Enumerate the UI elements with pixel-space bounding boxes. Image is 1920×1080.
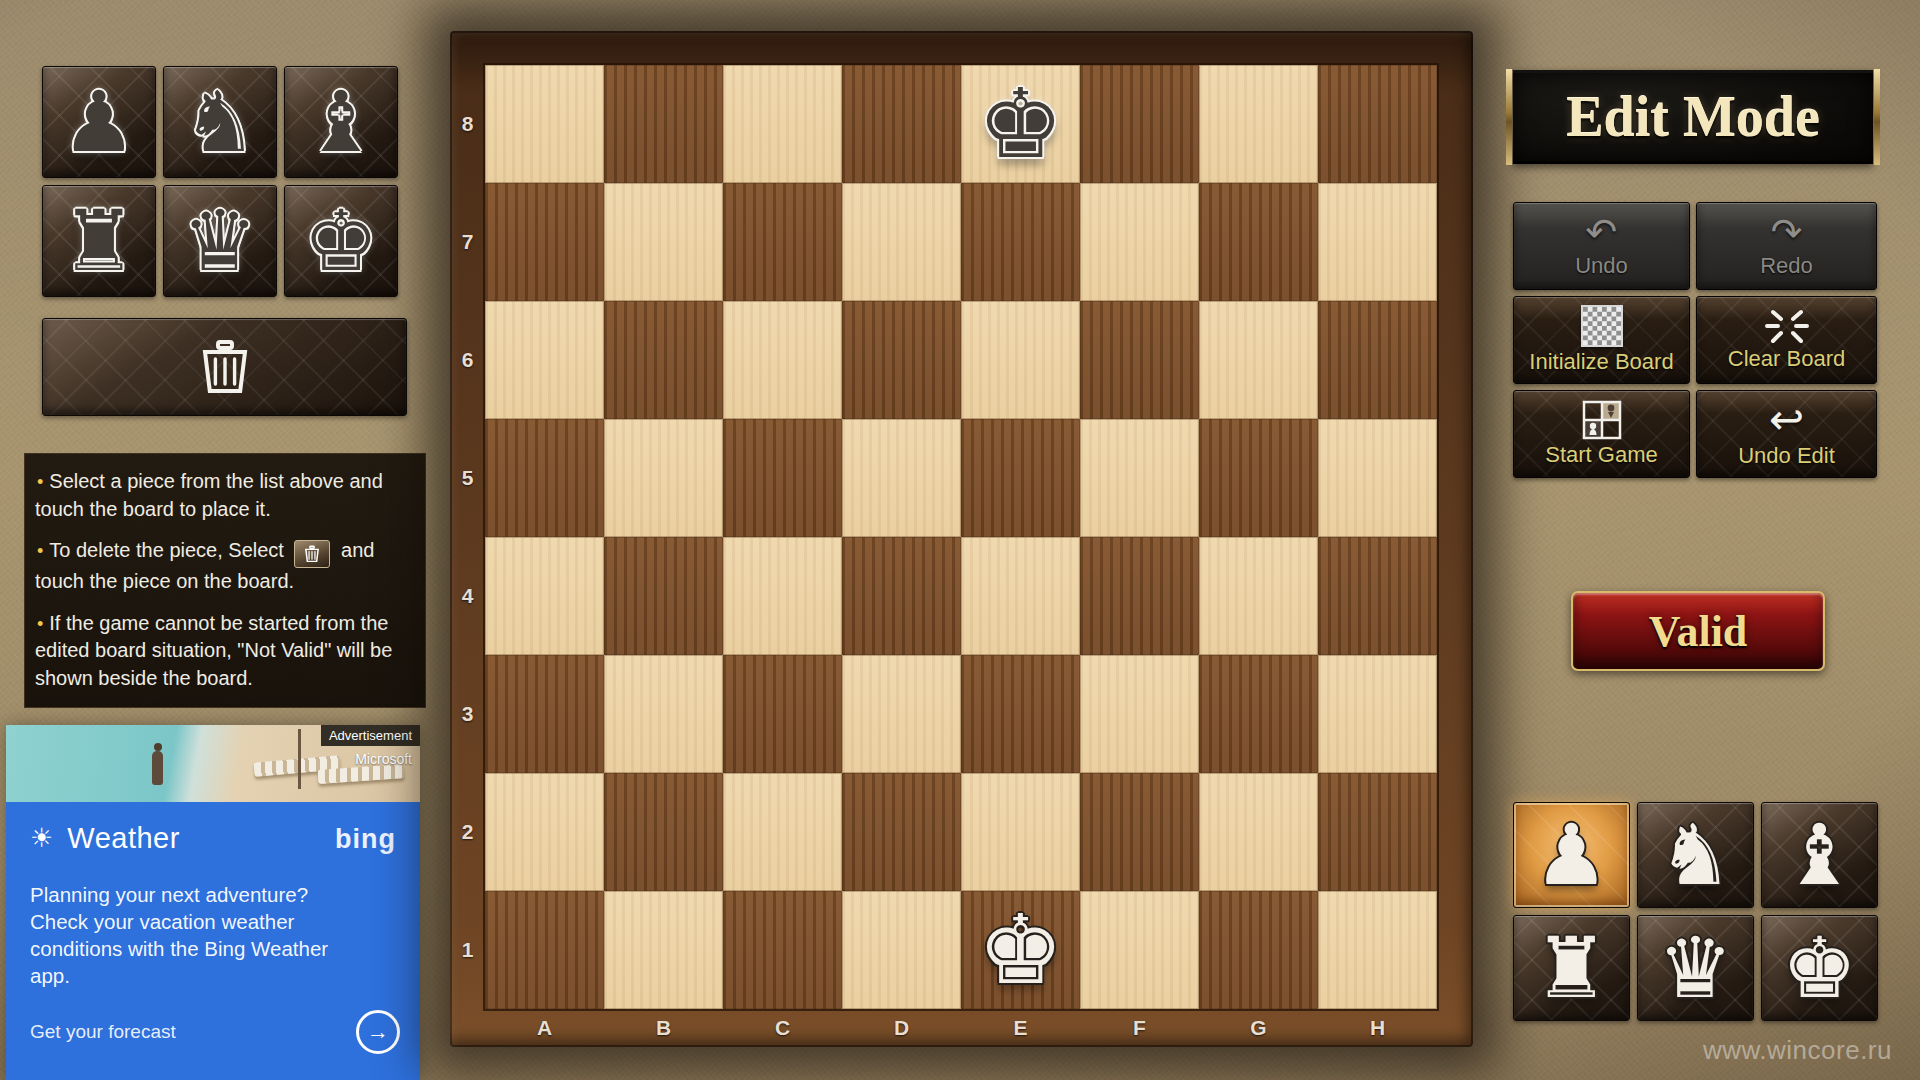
square-g2[interactable] — [1199, 773, 1318, 891]
square-h3[interactable] — [1318, 655, 1437, 773]
ad-photo: Advertisement Microsoft — [6, 725, 420, 802]
square-c6[interactable] — [723, 301, 842, 419]
rank-label-7: 7 — [450, 183, 485, 301]
white-king-icon: ♚ — [1782, 926, 1857, 1010]
square-d4[interactable] — [842, 537, 961, 655]
clear-board-button[interactable]: Clear Board — [1696, 296, 1877, 384]
ad-app-name: Weather — [67, 822, 180, 855]
square-d8[interactable] — [842, 65, 961, 183]
undo-button[interactable]: ↶ Undo — [1513, 202, 1690, 290]
white-piece-button-knight[interactable]: ♞ — [1637, 802, 1754, 908]
watermark: www.wincore.ru — [1703, 1035, 1892, 1066]
square-e3[interactable] — [961, 655, 1080, 773]
rank-label-3: 3 — [450, 655, 485, 773]
validity-status-text: Valid — [1649, 606, 1748, 657]
square-h4[interactable] — [1318, 537, 1437, 655]
square-e6[interactable] — [961, 301, 1080, 419]
square-f4[interactable] — [1080, 537, 1199, 655]
black-rook-icon: ♜ — [61, 199, 136, 283]
square-a5[interactable] — [485, 419, 604, 537]
square-b2[interactable] — [604, 773, 723, 891]
bing-logo: bing — [335, 824, 396, 855]
redo-button[interactable]: ↷ Redo — [1696, 202, 1877, 290]
file-label-C: C — [723, 1009, 842, 1047]
square-h8[interactable] — [1318, 65, 1437, 183]
ad-arrow-button[interactable]: → — [356, 1010, 400, 1054]
bullet-dot: • — [37, 472, 43, 492]
edit-mode-plaque: Edit Mode — [1513, 70, 1873, 164]
square-f6[interactable] — [1080, 301, 1199, 419]
square-h1[interactable] — [1318, 891, 1437, 1009]
bullet-dot: • — [37, 614, 43, 634]
square-f5[interactable] — [1080, 419, 1199, 537]
rank-label-4: 4 — [450, 537, 485, 655]
square-g4[interactable] — [1199, 537, 1318, 655]
square-a3[interactable] — [485, 655, 604, 773]
file-labels: ABCDEFGH — [485, 1009, 1437, 1047]
white-pawn-icon: ♟ — [1534, 813, 1609, 897]
advertisement-label: Advertisement — [321, 725, 420, 746]
square-h7[interactable] — [1318, 183, 1437, 301]
trash-icon — [199, 339, 251, 395]
square-g3[interactable] — [1199, 655, 1318, 773]
delete-piece-button[interactable] — [42, 318, 407, 416]
square-h2[interactable] — [1318, 773, 1437, 891]
square-g5[interactable] — [1199, 419, 1318, 537]
white-piece-palette: ♟♞♝♜♛♚ — [1513, 802, 1878, 1021]
square-c1[interactable] — [723, 891, 842, 1009]
ad-sponsor: Microsoft — [355, 751, 412, 767]
burst-icon — [1764, 308, 1810, 344]
square-a7[interactable] — [485, 183, 604, 301]
square-f8[interactable] — [1080, 65, 1199, 183]
square-c7[interactable] — [723, 183, 842, 301]
validity-status-badge: Valid — [1571, 591, 1825, 671]
black-king-icon: ♚ — [303, 199, 378, 283]
ad-copy-text: Planning your next adventure? Check your… — [30, 881, 360, 989]
black-piece-button-rook[interactable]: ♜ — [42, 185, 156, 297]
white-piece-button-bishop[interactable]: ♝ — [1761, 802, 1878, 908]
white-piece-button-king[interactable]: ♚ — [1761, 915, 1878, 1021]
square-b1[interactable] — [604, 891, 723, 1009]
square-g8[interactable] — [1199, 65, 1318, 183]
square-b6[interactable] — [604, 301, 723, 419]
back-arrow-icon: ↩ — [1769, 399, 1804, 441]
rank-label-1: 1 — [450, 891, 485, 1009]
sun-icon: ☀ — [30, 823, 53, 854]
chess-board: ♚♚ 87654321 ABCDEFGH — [450, 31, 1473, 1047]
square-h6[interactable] — [1318, 301, 1437, 419]
black-piece-button-knight[interactable]: ♞ — [163, 66, 277, 178]
initialize-board-button[interactable]: Initialize Board — [1513, 296, 1690, 384]
square-h5[interactable] — [1318, 419, 1437, 537]
square-a6[interactable] — [485, 301, 604, 419]
rank-label-2: 2 — [450, 773, 485, 891]
square-b3[interactable] — [604, 655, 723, 773]
advertisement-card[interactable]: Advertisement Microsoft ☀ Weather bing P… — [6, 725, 420, 1080]
square-c8[interactable] — [723, 65, 842, 183]
black-bishop-icon: ♝ — [303, 80, 378, 164]
edit-mode-title: Edit Mode — [1566, 85, 1820, 149]
square-a8[interactable] — [485, 65, 604, 183]
square-d5[interactable] — [842, 419, 961, 537]
ad-photo-person — [152, 751, 163, 785]
white-piece-button-rook[interactable]: ♜ — [1513, 915, 1630, 1021]
square-a2[interactable] — [485, 773, 604, 891]
rank-labels: 87654321 — [450, 65, 485, 1009]
square-g7[interactable] — [1199, 183, 1318, 301]
checkerboard-icon — [1581, 305, 1623, 347]
black-piece-button-pawn[interactable]: ♟ — [42, 66, 156, 178]
ad-body: ☀ Weather bing Planning your next advent… — [6, 802, 420, 1080]
white-rook-icon: ♜ — [1534, 926, 1609, 1010]
file-label-B: B — [604, 1009, 723, 1047]
black-knight-icon: ♞ — [182, 80, 257, 164]
square-e1[interactable]: ♚ — [961, 891, 1080, 1009]
square-c3[interactable] — [723, 655, 842, 773]
instruction-bullet: •Select a piece from the list above and … — [35, 468, 415, 523]
rank-label-5: 5 — [450, 419, 485, 537]
board-squares: ♚♚ — [485, 65, 1437, 1009]
white-piece-button-pawn[interactable]: ♟ — [1513, 802, 1630, 908]
board-pieces-icon — [1582, 400, 1622, 440]
chess-edit-mode-screen: ♟♞♝♜♛♚ •Select a piece from the list abo… — [0, 0, 1920, 1080]
black-piece-button-king[interactable]: ♚ — [284, 185, 398, 297]
black-king: ♚ — [977, 76, 1063, 172]
square-e4[interactable] — [961, 537, 1080, 655]
square-e8[interactable]: ♚ — [961, 65, 1080, 183]
black-piece-button-bishop[interactable]: ♝ — [284, 66, 398, 178]
ad-photo-umbrella-pole — [298, 729, 301, 789]
file-label-G: G — [1199, 1009, 1318, 1047]
square-c4[interactable] — [723, 537, 842, 655]
square-b7[interactable] — [604, 183, 723, 301]
square-b5[interactable] — [604, 419, 723, 537]
white-piece-button-queen[interactable]: ♛ — [1637, 915, 1754, 1021]
square-c2[interactable] — [723, 773, 842, 891]
file-label-E: E — [961, 1009, 1080, 1047]
bullet-dot: • — [37, 541, 43, 561]
square-d3[interactable] — [842, 655, 961, 773]
instruction-bullet: •To delete the piece, Select and touch t… — [35, 537, 415, 596]
square-d1[interactable] — [842, 891, 961, 1009]
square-g6[interactable] — [1199, 301, 1318, 419]
square-c5[interactable] — [723, 419, 842, 537]
undo-icon: ↶ — [1586, 213, 1618, 251]
rank-label-6: 6 — [450, 301, 485, 419]
white-king: ♚ — [977, 902, 1063, 998]
undo-edit-button[interactable]: ↩ Undo Edit — [1696, 390, 1877, 478]
square-b8[interactable] — [604, 65, 723, 183]
start-game-button[interactable]: Start Game — [1513, 390, 1690, 478]
ad-cta-link[interactable]: Get your forecast — [30, 1021, 176, 1043]
square-d6[interactable] — [842, 301, 961, 419]
white-bishop-icon: ♝ — [1782, 813, 1857, 897]
trash-icon — [294, 540, 330, 568]
white-knight-icon: ♞ — [1658, 813, 1733, 897]
file-label-F: F — [1080, 1009, 1199, 1047]
square-a4[interactable] — [485, 537, 604, 655]
rank-label-8: 8 — [450, 65, 485, 183]
file-label-A: A — [485, 1009, 604, 1047]
square-f1[interactable] — [1080, 891, 1199, 1009]
square-d2[interactable] — [842, 773, 961, 891]
black-piece-palette: ♟♞♝♜♛♚ — [42, 66, 398, 297]
square-f3[interactable] — [1080, 655, 1199, 773]
square-d7[interactable] — [842, 183, 961, 301]
square-f7[interactable] — [1080, 183, 1199, 301]
square-g1[interactable] — [1199, 891, 1318, 1009]
square-e5[interactable] — [961, 419, 1080, 537]
black-pawn-icon: ♟ — [61, 80, 136, 164]
file-label-D: D — [842, 1009, 961, 1047]
black-queen-icon: ♛ — [182, 199, 257, 283]
square-e2[interactable] — [961, 773, 1080, 891]
square-e7[interactable] — [961, 183, 1080, 301]
white-queen-icon: ♛ — [1658, 926, 1733, 1010]
square-f2[interactable] — [1080, 773, 1199, 891]
redo-icon: ↷ — [1771, 213, 1803, 251]
square-b4[interactable] — [604, 537, 723, 655]
file-label-H: H — [1318, 1009, 1437, 1047]
square-a1[interactable] — [485, 891, 604, 1009]
black-piece-button-queen[interactable]: ♛ — [163, 185, 277, 297]
instruction-bullet: •If the game cannot be started from the … — [35, 610, 415, 693]
edit-instructions-panel: •Select a piece from the list above and … — [24, 453, 426, 708]
